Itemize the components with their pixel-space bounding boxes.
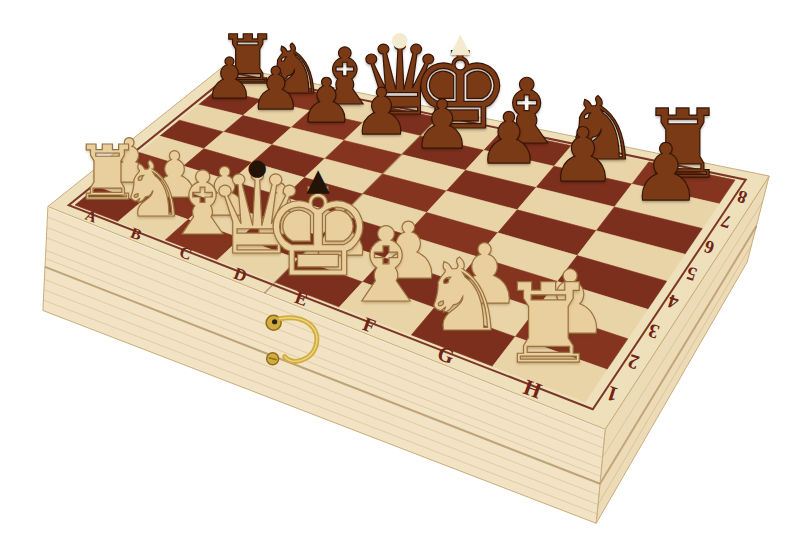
chess-rook-glyph: ♜ [499, 260, 598, 388]
chess-pawn-glyph: ♟ [477, 98, 540, 181]
piece-dark-pawn[interactable]: ♟ [412, 92, 472, 159]
contrasting-finial: ▲ [306, 163, 330, 194]
piece-dark-pawn[interactable]: ♟ [353, 80, 411, 144]
chess-pawn-glyph: ♟ [204, 47, 254, 112]
piece-dark-pawn[interactable]: ♟ [630, 134, 701, 213]
piece-dark-pawn[interactable]: ♟ [204, 52, 254, 108]
piece-white-knight[interactable]: ♞ [417, 246, 507, 346]
piece-dark-pawn[interactable]: ♟ [477, 105, 540, 176]
contrasting-finial: ▲ [450, 29, 471, 56]
chess-pawn-glyph: ♟ [412, 86, 472, 164]
piece-dark-pawn[interactable]: ♟ [550, 119, 617, 194]
piece-dark-pawn[interactable]: ♟ [299, 70, 354, 131]
chess-pawn-glyph: ♟ [550, 112, 617, 199]
piece-white-rook[interactable]: ♜ [499, 269, 598, 379]
pieces-layer: ♜♞♝♛●♚▲♝♞♜♟♟♟♟♟♟♟♟♟♟♟♟♟♟♟♟♜♞♝♛●♚▲♝♞♜ [0, 0, 800, 537]
chess-pawn-glyph: ♟ [299, 65, 354, 136]
product-photo: ABCDEFGH12345678 ♜♞♝♛●♚▲♝♞♜♟♟♟♟♟♟♟♟♟♟♟♟♟… [0, 0, 800, 537]
chess-pawn-glyph: ♟ [630, 127, 701, 219]
contrasting-finial: ● [391, 29, 409, 49]
chess-knight-glyph: ♞ [417, 237, 507, 354]
chess-pawn-glyph: ♟ [250, 55, 303, 123]
chess-pawn-glyph: ♟ [353, 74, 411, 149]
piece-dark-pawn[interactable]: ♟ [250, 60, 303, 119]
